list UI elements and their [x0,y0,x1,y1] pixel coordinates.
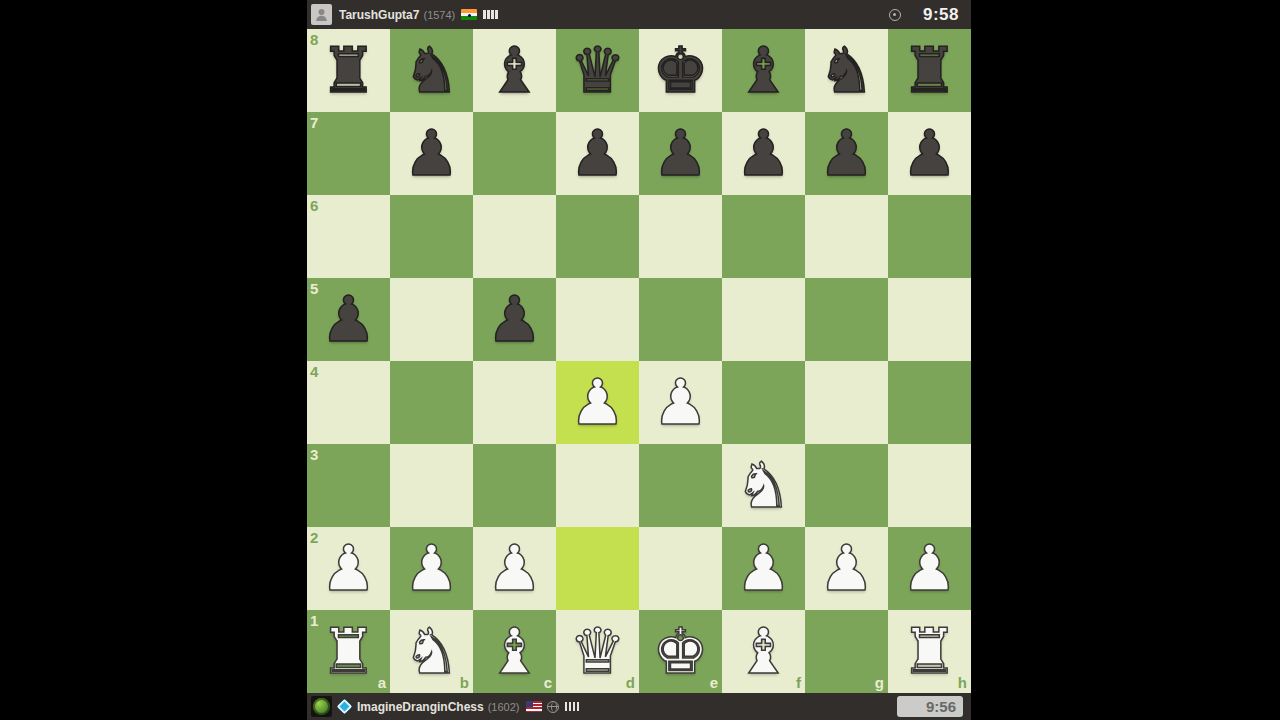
file-label-e: e [710,675,718,690]
square-c7[interactable] [473,112,556,195]
piece-black-rook[interactable]: ♜ [307,29,390,112]
square-d7[interactable]: ♟ [556,112,639,195]
square-f7[interactable]: ♟ [722,112,805,195]
square-b8[interactable]: ♞ [390,29,473,112]
square-d8[interactable]: ♛ [556,29,639,112]
piece-black-pawn[interactable]: ♟ [307,278,390,361]
square-h8[interactable]: ♜ [888,29,971,112]
piece-white-pawn[interactable]: ♟ [722,527,805,610]
file-label-f: f [796,675,801,690]
signal-bars-icon [483,10,498,19]
square-g4[interactable] [805,361,888,444]
square-g2[interactable]: ♟ [805,527,888,610]
square-e8[interactable]: ♚ [639,29,722,112]
square-f3[interactable]: ♞ [722,444,805,527]
piece-black-knight[interactable]: ♞ [805,29,888,112]
square-f1[interactable]: f♝ [722,610,805,693]
piece-black-pawn[interactable]: ♟ [639,112,722,195]
piece-white-pawn[interactable]: ♟ [307,527,390,610]
file-label-b: b [460,675,469,690]
square-h5[interactable] [888,278,971,361]
square-a8[interactable]: 8♜ [307,29,390,112]
square-a1[interactable]: 1a♜ [307,610,390,693]
bottom-player-rating: (1602) [488,701,520,713]
rank-label-6: 6 [310,198,318,213]
piece-black-rook[interactable]: ♜ [888,29,971,112]
piece-white-pawn[interactable]: ♟ [473,527,556,610]
square-e6[interactable] [639,195,722,278]
diamond-badge-icon [337,699,353,715]
top-player-name[interactable]: TarushGupta7 [339,8,419,22]
file-label-a: a [378,675,386,690]
square-a4[interactable]: 4 [307,361,390,444]
piece-white-knight[interactable]: ♞ [722,444,805,527]
piece-white-pawn[interactable]: ♟ [556,361,639,444]
bottom-player-bar: ImagineDranginChess (1602) 9:56 [307,693,971,720]
square-e7[interactable]: ♟ [639,112,722,195]
square-f5[interactable] [722,278,805,361]
piece-black-pawn[interactable]: ♟ [390,112,473,195]
piece-black-king[interactable]: ♚ [639,29,722,112]
piece-black-pawn[interactable]: ♟ [805,112,888,195]
square-b2[interactable]: ♟ [390,527,473,610]
piece-black-pawn[interactable]: ♟ [556,112,639,195]
square-c5[interactable]: ♟ [473,278,556,361]
square-d2[interactable] [556,527,639,610]
piece-white-pawn[interactable]: ♟ [888,527,971,610]
square-h6[interactable] [888,195,971,278]
square-e4[interactable]: ♟ [639,361,722,444]
piece-white-bishop[interactable]: ♝ [722,610,805,693]
bottom-player-avatar[interactable] [311,696,332,717]
chess-app-window: TarushGupta7 (1574) 9:58 8♜♞♝♛♚♝♞♜7♟♟♟♟♟… [307,0,971,720]
default-person-icon [313,6,330,23]
square-d4[interactable]: ♟ [556,361,639,444]
us-flag-icon [526,701,542,712]
rank-label-8: 8 [310,32,318,47]
square-f6[interactable] [722,195,805,278]
clock-icon [889,9,901,21]
square-b1[interactable]: b♞ [390,610,473,693]
square-e5[interactable] [639,278,722,361]
square-c6[interactable] [473,195,556,278]
globe-icon [547,701,559,713]
piece-white-pawn[interactable]: ♟ [805,527,888,610]
square-b6[interactable] [390,195,473,278]
top-player-avatar[interactable] [311,4,332,25]
square-c3[interactable] [473,444,556,527]
square-d5[interactable] [556,278,639,361]
rank-label-5: 5 [310,281,318,296]
square-d1[interactable]: d♛ [556,610,639,693]
square-b7[interactable]: ♟ [390,112,473,195]
square-c2[interactable]: ♟ [473,527,556,610]
piece-white-pawn[interactable]: ♟ [390,527,473,610]
chess-board[interactable]: 8♜♞♝♛♚♝♞♜7♟♟♟♟♟♟65♟♟4♟♟3♞2♟♟♟♟♟♟1a♜b♞c♝d… [307,29,971,693]
square-h4[interactable] [888,361,971,444]
bottom-player-clock: 9:56 [897,696,963,717]
file-label-c: c [544,675,552,690]
rank-label-7: 7 [310,115,318,130]
square-e3[interactable] [639,444,722,527]
square-c8[interactable]: ♝ [473,29,556,112]
square-h1[interactable]: h♜ [888,610,971,693]
square-g8[interactable]: ♞ [805,29,888,112]
top-player-bar: TarushGupta7 (1574) 9:58 [307,0,971,29]
green-logo-icon [313,698,330,715]
top-player-rating: (1574) [423,9,455,21]
rank-label-2: 2 [310,530,318,545]
square-h3[interactable] [888,444,971,527]
rank-label-3: 3 [310,447,318,462]
square-d6[interactable] [556,195,639,278]
square-a2[interactable]: 2♟ [307,527,390,610]
piece-black-bishop[interactable]: ♝ [473,29,556,112]
square-e2[interactable] [639,527,722,610]
piece-black-bishop[interactable]: ♝ [722,29,805,112]
square-f2[interactable]: ♟ [722,527,805,610]
signal-bars-icon [565,702,580,711]
piece-black-pawn[interactable]: ♟ [722,112,805,195]
india-flag-icon [461,9,477,20]
piece-black-pawn[interactable]: ♟ [888,112,971,195]
piece-black-queen[interactable]: ♛ [556,29,639,112]
screen: TarushGupta7 (1574) 9:58 8♜♞♝♛♚♝♞♜7♟♟♟♟♟… [0,0,1280,720]
square-g3[interactable] [805,444,888,527]
file-label-g: g [875,675,884,690]
top-player-clock: 9:58 [923,5,965,25]
piece-black-knight[interactable]: ♞ [390,29,473,112]
piece-white-pawn[interactable]: ♟ [639,361,722,444]
square-b5[interactable] [390,278,473,361]
rank-label-4: 4 [310,364,318,379]
square-b3[interactable] [390,444,473,527]
square-g7[interactable]: ♟ [805,112,888,195]
square-h7[interactable]: ♟ [888,112,971,195]
square-a7[interactable]: 7 [307,112,390,195]
rank-label-1: 1 [310,613,318,628]
square-g1[interactable]: g [805,610,888,693]
square-c1[interactable]: c♝ [473,610,556,693]
square-d3[interactable] [556,444,639,527]
square-g6[interactable] [805,195,888,278]
square-f8[interactable]: ♝ [722,29,805,112]
square-f4[interactable] [722,361,805,444]
square-h2[interactable]: ♟ [888,527,971,610]
square-a6[interactable]: 6 [307,195,390,278]
bottom-player-name[interactable]: ImagineDranginChess [357,700,484,714]
square-c4[interactable] [473,361,556,444]
piece-black-pawn[interactable]: ♟ [473,278,556,361]
square-g5[interactable] [805,278,888,361]
file-label-h: h [958,675,967,690]
square-b4[interactable] [390,361,473,444]
file-label-d: d [626,675,635,690]
square-e1[interactable]: e♚ [639,610,722,693]
square-a3[interactable]: 3 [307,444,390,527]
square-a5[interactable]: 5♟ [307,278,390,361]
